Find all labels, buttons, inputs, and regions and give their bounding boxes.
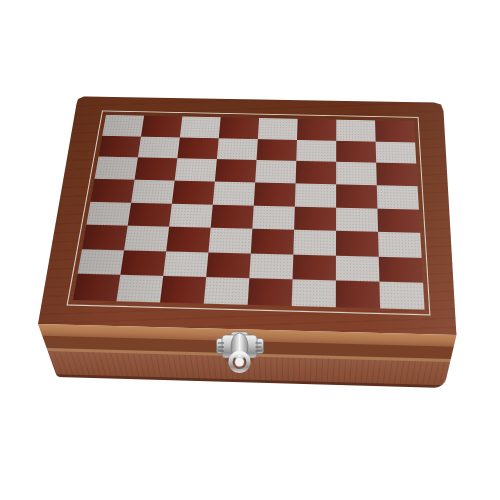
board-square	[292, 280, 336, 307]
board-square	[377, 185, 419, 209]
clasp-ring-hole	[235, 357, 244, 366]
board-square	[135, 158, 178, 181]
board-square	[99, 135, 142, 157]
board-square	[95, 157, 138, 180]
board-square	[254, 182, 296, 206]
board-square	[375, 120, 415, 142]
board-square	[219, 117, 259, 139]
board-square	[249, 253, 293, 279]
board-square	[177, 137, 218, 159]
board-square	[128, 202, 172, 226]
board-square	[160, 276, 206, 303]
board-square	[376, 163, 417, 186]
board-square	[86, 201, 131, 225]
board-pinstripe-border	[66, 111, 430, 316]
board-square	[377, 208, 420, 233]
board-square	[131, 180, 174, 204]
board-square	[211, 204, 254, 229]
board-square	[336, 140, 376, 162]
board-square	[213, 181, 255, 205]
board-square	[78, 249, 124, 275]
board-square	[73, 274, 120, 301]
board-square	[296, 140, 336, 162]
board-square	[120, 250, 166, 276]
board-square	[82, 225, 128, 250]
board-square	[124, 226, 169, 251]
board-square	[336, 162, 377, 185]
board-square	[217, 138, 258, 160]
board-square	[166, 227, 210, 252]
board-square	[293, 254, 336, 281]
board-square	[215, 159, 257, 182]
board-square	[376, 141, 417, 163]
board-square	[204, 277, 249, 304]
board-square	[91, 179, 135, 203]
board-square	[257, 139, 297, 161]
board-square	[294, 206, 336, 231]
chessboard	[73, 115, 425, 310]
board-square	[251, 229, 294, 255]
board-square	[102, 115, 144, 136]
board-square	[116, 275, 163, 302]
board-square	[206, 252, 251, 278]
board-square	[336, 281, 380, 309]
product-photo	[0, 0, 500, 500]
board-square	[172, 181, 215, 205]
board-square	[293, 230, 336, 256]
board-square	[180, 116, 221, 138]
board-square	[175, 158, 217, 181]
board-square	[336, 120, 375, 142]
board-square	[297, 119, 336, 141]
board-square	[336, 231, 379, 257]
board-square	[255, 160, 296, 183]
board-square	[169, 203, 213, 228]
board-square	[295, 183, 336, 207]
board-square	[379, 257, 423, 284]
board-square	[258, 118, 298, 140]
board-square	[336, 207, 378, 232]
board-square	[336, 255, 380, 282]
board-square	[336, 184, 377, 208]
board-square	[163, 251, 208, 277]
board-square	[138, 136, 180, 158]
board-square	[141, 116, 182, 137]
clasp	[212, 327, 268, 377]
board-square	[296, 161, 337, 184]
board-square	[248, 279, 293, 306]
board-square	[378, 232, 422, 258]
board-square	[208, 228, 252, 253]
board-square	[379, 282, 424, 310]
board-square	[252, 205, 295, 230]
